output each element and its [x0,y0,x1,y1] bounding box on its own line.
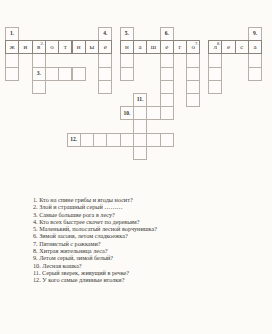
grid-cell: а [248,40,262,54]
clue-item: 12. У кого самые длинные иголки? [33,276,157,283]
grid-cell [160,106,174,120]
cell-letter: а [139,44,142,51]
grid-cell [208,80,222,94]
clue-item: 9. Летом серый, зимой белый? [33,254,157,261]
grid-cell [45,67,59,81]
word-number: 12. [70,137,77,143]
grid-cell [160,67,174,81]
clue-item: 3. Самые большие рога в лесу? [33,211,157,218]
grid-cell: 1. [5,27,19,41]
grid-cell: г [173,40,187,54]
cell-letter: е [227,44,230,51]
cell-letter: т [64,44,67,51]
cell-letter: н [125,44,129,51]
grid-cell [160,133,174,147]
word-number: 9. [253,31,257,37]
grid-cell: т [58,40,72,54]
grid-cell: ш [146,40,160,54]
grid-cell [80,133,94,147]
grid-cell [72,67,86,81]
cell-letter: о [50,44,54,51]
grid-cell [133,133,147,147]
word-number: 5. [125,31,129,37]
grid-cell [146,106,160,120]
grid-cell [120,53,134,67]
grid-cell [186,53,200,67]
grid-cell: 11. [133,93,147,107]
grid-cell: ж [5,40,19,54]
grid-cell [248,67,262,81]
grid-cell [5,67,19,81]
cell-letter: ы [90,44,95,51]
grid-cell [248,53,262,67]
grid-cell: в2. [32,40,46,54]
grid-cell: е [221,40,235,54]
crossword-grid: 1.жив2.3.отны4.е5.наш6.его7.11.10.12.л8.… [0,0,272,170]
word-number: 3. [37,71,41,77]
word-number: 4. [103,31,107,37]
clue-item: 11. Серый зверек, живущий в речке? [33,269,157,276]
grid-cell [106,133,120,147]
clue-item: 1. Кто на спине грибы и ягоды носит? [33,196,157,203]
grid-cell [186,67,200,81]
grid-cell [5,53,19,67]
cell-letter: а [253,44,256,51]
grid-cell: л8. [208,40,222,54]
word-number: 10. [123,111,130,117]
crossword-worksheet: 1.жив2.3.отны4.е5.наш6.его7.11.10.12.л8.… [0,0,272,334]
grid-cell [146,133,160,147]
word-number: 1. [10,31,14,37]
clue-item: 8. Хитрая жительница леса? [33,247,157,254]
word-number: 6. [165,31,169,37]
grid-cell: 10. [120,106,134,120]
grid-cell: 12. [67,133,81,147]
grid-cell [160,93,174,107]
grid-cell [32,80,46,94]
grid-cell [208,53,222,67]
cell-letter: ж [10,44,15,51]
clue-item: 2. Злой и страшный серый ……… [33,203,157,210]
grid-cell: о7. [186,40,200,54]
cell-letter: и [24,44,28,51]
grid-cell [58,67,72,81]
grid-cell: 4. [98,27,112,41]
grid-cell [32,53,46,67]
grid-cell [98,67,112,81]
grid-cell [160,53,174,67]
clue-item: 4. Кто всех быстрее скачет по деревьям? [33,218,157,225]
clue-item: 5. Маленький, полосатый лесной ворчунишк… [33,225,157,232]
cell-letter: г [179,44,182,51]
grid-cell [98,53,112,67]
grid-cell [98,80,112,94]
cell-letter: ш [151,44,156,51]
grid-cell [186,80,200,94]
grid-cell: 3. [32,67,46,81]
grid-cell [120,133,134,147]
grid-cell: н [72,40,86,54]
grid-cell: с [235,40,249,54]
word-number: 11. [137,97,144,103]
cell-letter: е [165,44,168,51]
word-number-sup: 8. [217,42,220,47]
clue-list: 1. Кто на спине грибы и ягоды носит?2. З… [33,196,157,284]
grid-cell: ы [85,40,99,54]
cell-letter: н [77,44,81,51]
cell-letter: е [104,44,107,51]
grid-cell [160,80,174,94]
word-number-sup: 7. [195,42,198,47]
grid-cell: н [120,40,134,54]
grid-cell [93,133,107,147]
grid-cell [133,119,147,133]
grid-cell: 6. [160,27,174,41]
clue-item: 7. Пятнистый с рожками? [33,240,157,247]
grid-cell: о [45,40,59,54]
clue-item: 6. Зимой засоня, летом сладкоежка? [33,232,157,239]
grid-cell: 5. [120,27,134,41]
grid-cell: и [18,40,32,54]
grid-cell [133,146,147,160]
grid-cell [120,67,134,81]
grid-cell [208,67,222,81]
grid-cell [186,93,200,107]
grid-cell: е [98,40,112,54]
clue-item: 10. Лесная кошка? [33,262,157,269]
grid-cell: а [133,40,147,54]
word-number-sup: 2. [41,42,44,47]
grid-cell: 9. [248,27,262,41]
grid-cell: е [160,40,174,54]
cell-letter: с [240,44,243,51]
grid-cell [133,106,147,120]
